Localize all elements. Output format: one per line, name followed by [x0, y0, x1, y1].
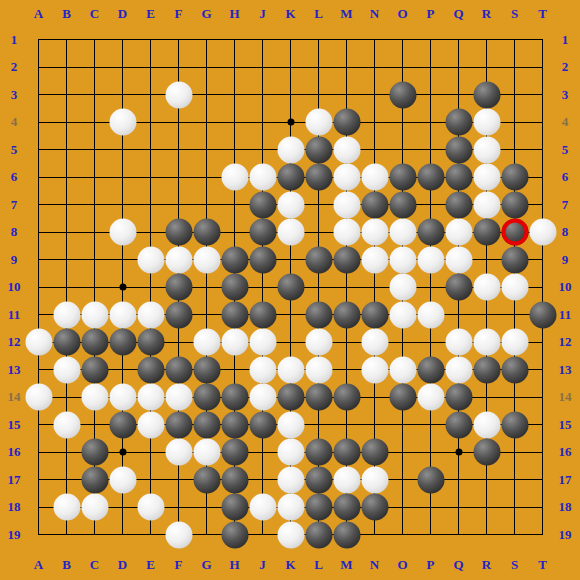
white-stone[interactable] [473, 109, 500, 136]
row-label-left: 8 [11, 224, 18, 240]
black-stone[interactable] [473, 219, 500, 246]
black-stone[interactable] [221, 411, 248, 438]
white-stone[interactable] [165, 439, 192, 466]
row-label-right: 13 [559, 362, 572, 378]
column-label-top: B [62, 6, 71, 22]
white-stone[interactable] [53, 494, 80, 521]
white-stone[interactable] [361, 356, 388, 383]
white-stone[interactable] [445, 329, 472, 356]
white-stone[interactable] [277, 466, 304, 493]
row-label-left: 5 [11, 142, 18, 158]
row-label-left: 2 [11, 59, 18, 75]
white-stone[interactable] [361, 246, 388, 273]
column-label-top: D [118, 6, 127, 22]
white-stone[interactable] [473, 164, 500, 191]
grid-vline [38, 39, 39, 535]
white-stone[interactable] [249, 164, 276, 191]
row-label-right: 3 [562, 87, 569, 103]
white-stone[interactable] [277, 356, 304, 383]
white-stone[interactable] [529, 219, 556, 246]
row-label-left: 13 [8, 362, 21, 378]
black-stone[interactable] [333, 494, 360, 521]
column-label-top: M [340, 6, 352, 22]
black-stone[interactable] [305, 136, 332, 163]
star-point [455, 449, 462, 456]
white-stone[interactable] [165, 521, 192, 548]
column-label-bottom: F [175, 557, 183, 573]
black-stone[interactable] [361, 191, 388, 218]
row-label-right: 6 [562, 169, 569, 185]
column-label-top: T [538, 6, 547, 22]
row-label-left: 7 [11, 197, 18, 213]
black-stone[interactable] [277, 274, 304, 301]
white-stone[interactable] [193, 329, 220, 356]
column-label-bottom: P [427, 557, 435, 573]
column-label-top: H [229, 6, 239, 22]
black-stone[interactable] [165, 356, 192, 383]
column-label-bottom: D [118, 557, 127, 573]
white-stone[interactable] [417, 301, 444, 328]
black-stone[interactable] [417, 356, 444, 383]
black-stone[interactable] [333, 521, 360, 548]
black-stone[interactable] [221, 466, 248, 493]
column-label-bottom: G [201, 557, 211, 573]
row-label-left: 17 [8, 472, 21, 488]
white-stone[interactable] [25, 329, 52, 356]
white-stone[interactable] [473, 136, 500, 163]
white-stone[interactable] [221, 329, 248, 356]
black-stone[interactable] [389, 164, 416, 191]
white-stone[interactable] [81, 494, 108, 521]
black-stone[interactable] [333, 301, 360, 328]
row-label-right: 16 [559, 444, 572, 460]
star-point [119, 449, 126, 456]
grid-vline [66, 39, 67, 535]
row-label-right: 1 [562, 32, 569, 48]
white-stone[interactable] [109, 109, 136, 136]
black-stone[interactable] [165, 411, 192, 438]
column-label-bottom: Q [453, 557, 463, 573]
row-label-right: 5 [562, 142, 569, 158]
black-stone[interactable] [305, 521, 332, 548]
row-label-left: 19 [8, 527, 21, 543]
last-move-marker [501, 219, 528, 246]
go-board-screenshot: AABBCCDDEEFFGGHHJJKKLLMMNNOOPPQQRRSSTT11… [0, 0, 580, 580]
white-stone[interactable] [277, 521, 304, 548]
grid-vline [150, 39, 151, 535]
row-label-left: 1 [11, 32, 18, 48]
white-stone[interactable] [501, 274, 528, 301]
column-label-top: O [397, 6, 407, 22]
white-stone[interactable] [277, 219, 304, 246]
white-stone[interactable] [109, 219, 136, 246]
white-stone[interactable] [389, 246, 416, 273]
grid-vline [430, 39, 431, 535]
row-label-right: 2 [562, 59, 569, 75]
black-stone[interactable] [501, 246, 528, 273]
row-label-right: 18 [559, 499, 572, 515]
black-stone[interactable] [417, 466, 444, 493]
column-label-top: E [146, 6, 155, 22]
black-stone[interactable] [221, 301, 248, 328]
black-stone[interactable] [333, 109, 360, 136]
column-label-top: J [259, 6, 266, 22]
column-label-bottom: E [146, 557, 155, 573]
go-board[interactable]: AABBCCDDEEFFGGHHJJKKLLMMNNOOPPQQRRSSTT11… [0, 0, 580, 580]
white-stone[interactable] [333, 136, 360, 163]
white-stone[interactable] [249, 384, 276, 411]
black-stone[interactable] [249, 219, 276, 246]
white-stone[interactable] [109, 384, 136, 411]
white-stone[interactable] [137, 494, 164, 521]
black-stone[interactable] [417, 219, 444, 246]
black-stone[interactable] [529, 301, 556, 328]
column-label-bottom: M [340, 557, 352, 573]
black-stone[interactable] [445, 274, 472, 301]
white-stone[interactable] [53, 411, 80, 438]
black-stone[interactable] [193, 219, 220, 246]
black-stone[interactable] [221, 439, 248, 466]
column-label-bottom: T [538, 557, 547, 573]
black-stone[interactable] [109, 411, 136, 438]
column-label-top: K [285, 6, 295, 22]
column-label-bottom: O [397, 557, 407, 573]
row-label-right: 12 [559, 334, 572, 350]
black-stone[interactable] [81, 439, 108, 466]
white-stone[interactable] [501, 329, 528, 356]
white-stone[interactable] [473, 191, 500, 218]
row-label-left: 18 [8, 499, 21, 515]
black-stone[interactable] [193, 411, 220, 438]
white-stone[interactable] [53, 356, 80, 383]
black-stone[interactable] [501, 191, 528, 218]
black-stone[interactable] [137, 356, 164, 383]
black-stone[interactable] [417, 164, 444, 191]
white-stone[interactable] [305, 356, 332, 383]
black-stone[interactable] [221, 384, 248, 411]
white-stone[interactable] [445, 219, 472, 246]
black-stone[interactable] [53, 329, 80, 356]
black-stone[interactable] [165, 219, 192, 246]
black-stone[interactable] [305, 494, 332, 521]
black-stone[interactable] [333, 384, 360, 411]
column-label-bottom: B [62, 557, 71, 573]
black-stone[interactable] [501, 356, 528, 383]
black-stone[interactable] [193, 356, 220, 383]
black-stone[interactable] [305, 301, 332, 328]
white-stone[interactable] [305, 329, 332, 356]
white-stone[interactable] [165, 81, 192, 108]
black-stone[interactable] [361, 301, 388, 328]
star-point [287, 119, 294, 126]
white-stone[interactable] [417, 246, 444, 273]
black-stone[interactable] [501, 411, 528, 438]
row-label-left: 14 [8, 389, 21, 405]
black-stone[interactable] [333, 246, 360, 273]
white-stone[interactable] [109, 466, 136, 493]
row-label-left: 10 [8, 279, 21, 295]
black-stone[interactable] [109, 329, 136, 356]
black-stone[interactable] [305, 439, 332, 466]
white-stone[interactable] [389, 301, 416, 328]
black-stone[interactable] [249, 301, 276, 328]
white-stone[interactable] [361, 329, 388, 356]
white-stone[interactable] [249, 356, 276, 383]
black-stone[interactable] [445, 411, 472, 438]
white-stone[interactable] [445, 246, 472, 273]
white-stone[interactable] [277, 136, 304, 163]
black-stone[interactable] [221, 521, 248, 548]
black-stone[interactable] [305, 164, 332, 191]
white-stone[interactable] [109, 301, 136, 328]
white-stone[interactable] [473, 274, 500, 301]
black-stone[interactable] [249, 191, 276, 218]
black-stone[interactable] [193, 384, 220, 411]
black-stone[interactable] [389, 81, 416, 108]
white-stone[interactable] [389, 274, 416, 301]
white-stone[interactable] [165, 384, 192, 411]
black-stone[interactable] [221, 274, 248, 301]
row-label-right: 7 [562, 197, 569, 213]
row-label-right: 19 [559, 527, 572, 543]
black-stone[interactable] [445, 191, 472, 218]
column-label-top: L [314, 6, 323, 22]
row-label-right: 10 [559, 279, 572, 295]
white-stone[interactable] [417, 384, 444, 411]
column-label-bottom: H [229, 557, 239, 573]
black-stone[interactable] [249, 246, 276, 273]
white-stone[interactable] [333, 219, 360, 246]
black-stone[interactable] [389, 191, 416, 218]
white-stone[interactable] [249, 494, 276, 521]
black-stone[interactable] [277, 384, 304, 411]
row-label-left: 3 [11, 87, 18, 103]
row-label-right: 17 [559, 472, 572, 488]
white-stone[interactable] [165, 246, 192, 273]
black-stone[interactable] [361, 494, 388, 521]
column-label-bottom: S [511, 557, 518, 573]
white-stone[interactable] [305, 109, 332, 136]
row-label-left: 4 [11, 114, 18, 130]
white-stone[interactable] [361, 219, 388, 246]
column-label-top: G [201, 6, 211, 22]
white-stone[interactable] [445, 356, 472, 383]
column-label-top: A [34, 6, 43, 22]
black-stone[interactable] [249, 411, 276, 438]
column-label-bottom: N [370, 557, 379, 573]
row-label-right: 14 [559, 389, 572, 405]
black-stone[interactable] [445, 109, 472, 136]
column-label-bottom: L [314, 557, 323, 573]
column-label-top: F [175, 6, 183, 22]
row-label-right: 15 [559, 417, 572, 433]
black-stone[interactable] [473, 439, 500, 466]
white-stone[interactable] [249, 329, 276, 356]
black-stone[interactable] [333, 439, 360, 466]
white-stone[interactable] [221, 164, 248, 191]
black-stone[interactable] [473, 81, 500, 108]
column-label-bottom: R [482, 557, 491, 573]
black-stone[interactable] [165, 274, 192, 301]
black-stone[interactable] [473, 356, 500, 383]
column-label-bottom: K [285, 557, 295, 573]
white-stone[interactable] [137, 384, 164, 411]
row-label-left: 16 [8, 444, 21, 460]
black-stone[interactable] [81, 466, 108, 493]
white-stone[interactable] [193, 439, 220, 466]
column-label-top: P [427, 6, 435, 22]
white-stone[interactable] [53, 301, 80, 328]
black-stone[interactable] [81, 329, 108, 356]
white-stone[interactable] [473, 329, 500, 356]
grid-vline [542, 39, 543, 535]
white-stone[interactable] [81, 301, 108, 328]
column-label-top: Q [453, 6, 463, 22]
row-label-left: 11 [8, 307, 20, 323]
black-stone[interactable] [221, 246, 248, 273]
row-label-right: 8 [562, 224, 569, 240]
column-label-top: R [482, 6, 491, 22]
white-stone[interactable] [389, 356, 416, 383]
black-stone[interactable] [137, 329, 164, 356]
white-stone[interactable] [137, 246, 164, 273]
white-stone[interactable] [333, 466, 360, 493]
black-stone[interactable] [445, 384, 472, 411]
column-label-top: N [370, 6, 379, 22]
white-stone[interactable] [137, 301, 164, 328]
row-label-left: 6 [11, 169, 18, 185]
black-stone[interactable] [81, 356, 108, 383]
white-stone[interactable] [361, 164, 388, 191]
row-label-right: 11 [559, 307, 571, 323]
white-stone[interactable] [277, 439, 304, 466]
star-point [119, 284, 126, 291]
white-stone[interactable] [81, 384, 108, 411]
grid-vline [262, 39, 263, 535]
white-stone[interactable] [193, 246, 220, 273]
column-label-bottom: J [259, 557, 266, 573]
black-stone[interactable] [305, 246, 332, 273]
column-label-bottom: A [34, 557, 43, 573]
black-stone[interactable] [277, 164, 304, 191]
black-stone[interactable] [193, 466, 220, 493]
white-stone[interactable] [361, 466, 388, 493]
column-label-bottom: C [90, 557, 99, 573]
row-label-left: 9 [11, 252, 18, 268]
black-stone[interactable] [445, 164, 472, 191]
black-stone[interactable] [389, 384, 416, 411]
white-stone[interactable] [333, 164, 360, 191]
white-stone[interactable] [333, 191, 360, 218]
column-label-top: S [511, 6, 518, 22]
black-stone[interactable] [165, 301, 192, 328]
black-stone[interactable] [221, 494, 248, 521]
white-stone[interactable] [277, 191, 304, 218]
row-label-right: 9 [562, 252, 569, 268]
black-stone[interactable] [445, 136, 472, 163]
black-stone[interactable] [305, 466, 332, 493]
row-label-right: 4 [562, 114, 569, 130]
black-stone[interactable] [361, 439, 388, 466]
column-label-top: C [90, 6, 99, 22]
white-stone[interactable] [389, 219, 416, 246]
white-stone[interactable] [25, 384, 52, 411]
row-label-left: 12 [8, 334, 21, 350]
black-stone[interactable] [305, 384, 332, 411]
black-stone[interactable] [501, 164, 528, 191]
white-stone[interactable] [277, 494, 304, 521]
white-stone[interactable] [277, 411, 304, 438]
row-label-left: 15 [8, 417, 21, 433]
white-stone[interactable] [473, 411, 500, 438]
white-stone[interactable] [137, 411, 164, 438]
